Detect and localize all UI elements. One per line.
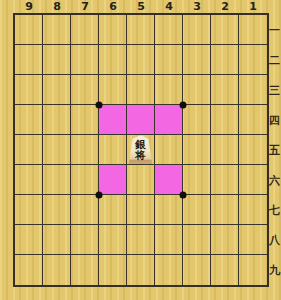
board-square[interactable] xyxy=(43,105,71,135)
board-square[interactable]: 銀将 xyxy=(127,135,155,165)
file-label: 5 xyxy=(127,0,155,13)
star-point-dot xyxy=(96,192,103,199)
board-square[interactable] xyxy=(183,135,211,165)
board-square[interactable] xyxy=(43,165,71,195)
board-square[interactable] xyxy=(183,255,211,285)
board-square[interactable] xyxy=(211,135,239,165)
board-square[interactable] xyxy=(99,255,127,285)
board-square[interactable] xyxy=(155,45,183,75)
board-square[interactable] xyxy=(183,105,211,135)
highlighted-square[interactable] xyxy=(99,165,127,195)
board-square[interactable] xyxy=(211,15,239,45)
board-square[interactable] xyxy=(239,15,267,45)
board-square[interactable] xyxy=(15,225,43,255)
star-point-dot xyxy=(180,102,187,109)
rank-label: 二 xyxy=(268,45,281,75)
board-square[interactable] xyxy=(211,195,239,225)
board-square[interactable] xyxy=(211,255,239,285)
board-square[interactable] xyxy=(155,135,183,165)
board-square[interactable] xyxy=(15,135,43,165)
board-square[interactable] xyxy=(127,195,155,225)
highlighted-square[interactable] xyxy=(99,105,127,135)
file-label: 1 xyxy=(239,0,267,13)
board-square[interactable] xyxy=(239,255,267,285)
board-square[interactable] xyxy=(99,135,127,165)
board-square[interactable] xyxy=(99,225,127,255)
rank-label: 五 xyxy=(268,135,281,165)
board-square[interactable] xyxy=(43,135,71,165)
board-square[interactable] xyxy=(15,255,43,285)
highlighted-square[interactable] xyxy=(155,105,183,135)
board-square[interactable] xyxy=(183,15,211,45)
board-square[interactable] xyxy=(43,45,71,75)
board-square[interactable] xyxy=(239,45,267,75)
board-square[interactable] xyxy=(155,15,183,45)
file-label: 8 xyxy=(43,0,71,13)
board-square[interactable] xyxy=(211,45,239,75)
rank-label: 八 xyxy=(268,225,281,255)
shogi-board-diagram: 987654321 一二三四五六七八九 銀将 xyxy=(0,0,281,300)
board-square[interactable] xyxy=(15,45,43,75)
rank-label: 四 xyxy=(268,105,281,135)
star-point-dot xyxy=(180,192,187,199)
piece-kanji: 将 xyxy=(135,150,146,161)
silver-general-piece[interactable]: 銀将 xyxy=(129,135,153,164)
board-square[interactable] xyxy=(71,105,99,135)
board-square[interactable] xyxy=(155,225,183,255)
board-square[interactable] xyxy=(99,45,127,75)
board-square[interactable] xyxy=(155,75,183,105)
file-label: 4 xyxy=(155,0,183,13)
board-square[interactable] xyxy=(183,45,211,75)
board-square[interactable] xyxy=(127,45,155,75)
board-square[interactable] xyxy=(183,195,211,225)
board-square[interactable] xyxy=(99,15,127,45)
file-label: 9 xyxy=(15,0,43,13)
board-square[interactable] xyxy=(211,75,239,105)
board-square[interactable] xyxy=(99,75,127,105)
file-label: 6 xyxy=(99,0,127,13)
board-square[interactable] xyxy=(71,225,99,255)
board-square[interactable] xyxy=(15,15,43,45)
board-square[interactable] xyxy=(239,165,267,195)
board-square[interactable] xyxy=(71,15,99,45)
board-square[interactable] xyxy=(71,255,99,285)
board-square[interactable] xyxy=(43,195,71,225)
highlighted-square[interactable] xyxy=(155,165,183,195)
rank-label: 九 xyxy=(268,255,281,285)
board-square[interactable] xyxy=(127,225,155,255)
file-label: 2 xyxy=(211,0,239,13)
board-square[interactable] xyxy=(127,75,155,105)
rank-label: 一 xyxy=(268,15,281,45)
board-square[interactable] xyxy=(15,105,43,135)
board-square[interactable] xyxy=(71,165,99,195)
board-square[interactable] xyxy=(127,255,155,285)
highlighted-square[interactable] xyxy=(127,105,155,135)
board-square[interactable] xyxy=(71,75,99,105)
board-square[interactable] xyxy=(99,195,127,225)
board-square[interactable] xyxy=(71,135,99,165)
board-square[interactable] xyxy=(183,225,211,255)
board-square[interactable] xyxy=(239,75,267,105)
board-square[interactable] xyxy=(43,225,71,255)
board-square[interactable] xyxy=(183,75,211,105)
board-square[interactable] xyxy=(183,165,211,195)
board-square[interactable] xyxy=(15,75,43,105)
board-square[interactable] xyxy=(127,15,155,45)
board-square[interactable] xyxy=(43,15,71,45)
file-labels: 987654321 xyxy=(15,0,267,13)
rank-label: 三 xyxy=(268,75,281,105)
board-square[interactable] xyxy=(43,255,71,285)
board-square[interactable] xyxy=(43,75,71,105)
board-square[interactable] xyxy=(71,45,99,75)
star-point-dot xyxy=(96,102,103,109)
board-square[interactable] xyxy=(127,165,155,195)
file-label: 3 xyxy=(183,0,211,13)
board-square[interactable] xyxy=(211,165,239,195)
board-square[interactable] xyxy=(71,195,99,225)
board-grid: 銀将 xyxy=(15,15,267,285)
shogi-board: 銀将 xyxy=(13,13,269,287)
board-square[interactable] xyxy=(211,105,239,135)
board-square[interactable] xyxy=(15,165,43,195)
board-square[interactable] xyxy=(239,105,267,135)
file-label: 7 xyxy=(71,0,99,13)
board-square[interactable] xyxy=(239,135,267,165)
rank-label: 七 xyxy=(268,195,281,225)
board-square[interactable] xyxy=(239,195,267,225)
board-square[interactable] xyxy=(239,225,267,255)
board-square[interactable] xyxy=(155,255,183,285)
rank-label: 六 xyxy=(268,165,281,195)
board-square[interactable] xyxy=(211,225,239,255)
board-square[interactable] xyxy=(155,195,183,225)
piece-kanji: 銀 xyxy=(135,138,146,149)
board-square[interactable] xyxy=(15,195,43,225)
rank-labels: 一二三四五六七八九 xyxy=(268,15,281,285)
